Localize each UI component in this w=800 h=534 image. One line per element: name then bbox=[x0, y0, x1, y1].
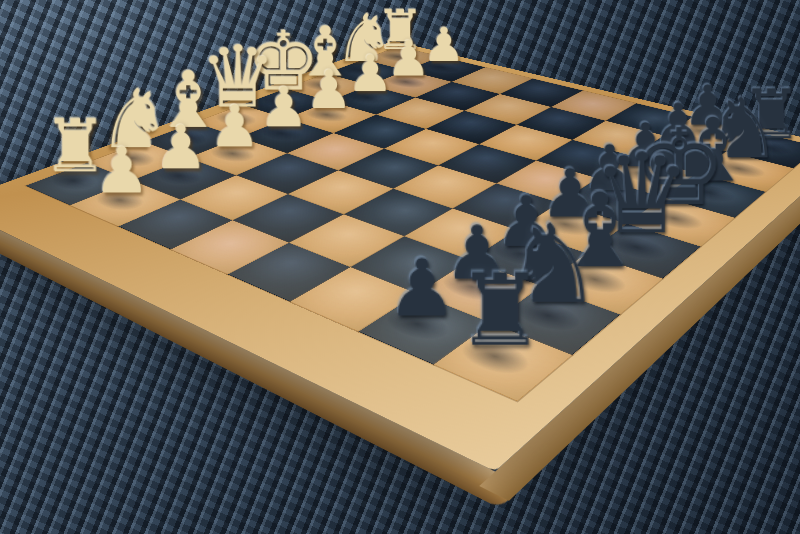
piece-white-pawn-d2: ♟ bbox=[259, 79, 309, 134]
piece-white-pawn-e2: ♟ bbox=[305, 63, 353, 116]
piece-white-pawn-b2: ♟ bbox=[154, 117, 208, 178]
piece-white-pawn-c2: ♟ bbox=[209, 97, 261, 155]
piece-black-rook-a8: ♜ bbox=[455, 261, 544, 361]
photo-scene: ♜♟♟♜♞♟♟♞♝♟♟♝♚♟♟♚♛♟♟♛♝♟♟♝♞♟♟♞♜♟♟♜ bbox=[0, 0, 800, 534]
square-d3 bbox=[287, 133, 384, 170]
piece-black-pawn-a7: ♟ bbox=[386, 248, 457, 327]
piece-white-pawn-f2: ♟ bbox=[347, 48, 393, 99]
piece-white-pawn-a2: ♟ bbox=[93, 139, 150, 203]
